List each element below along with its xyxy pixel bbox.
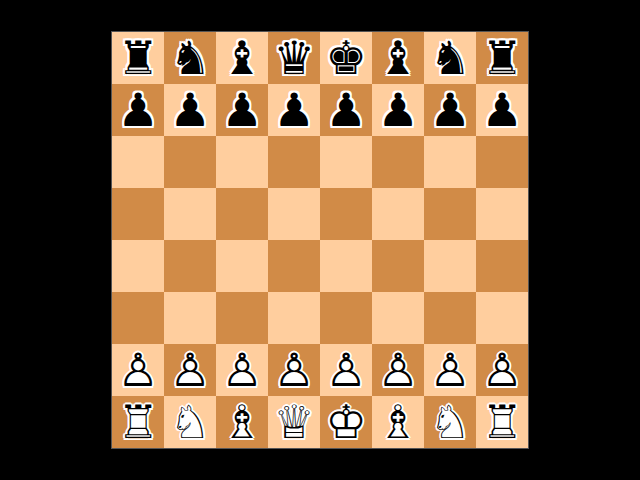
black-queen-glyph: ♛ (268, 32, 320, 84)
piece-white-pawn[interactable]: ♟♙ (112, 344, 164, 396)
white-pawn-outline: ♙ (164, 344, 216, 396)
piece-white-rook[interactable]: ♜♖ (112, 396, 164, 448)
black-pawn-glyph: ♟ (424, 84, 476, 136)
piece-black-pawn[interactable]: ♟ (372, 84, 424, 136)
piece-black-pawn[interactable]: ♟ (164, 84, 216, 136)
page-background: ♜♞♝♛♚♝♞♜♟♟♟♟♟♟♟♟♟♙♟♙♟♙♟♙♟♙♟♙♟♙♟♙♜♖♞♘♝♗♛♕… (0, 0, 640, 480)
white-pawn-outline: ♙ (268, 344, 320, 396)
black-rook-glyph: ♜ (112, 32, 164, 84)
piece-black-pawn[interactable]: ♟ (476, 84, 528, 136)
white-knight-outline: ♘ (164, 396, 216, 448)
square-g8[interactable]: ♞ (424, 32, 476, 84)
square-d8[interactable]: ♛ (268, 32, 320, 84)
white-pawn-outline: ♙ (424, 344, 476, 396)
square-d7[interactable]: ♟ (268, 84, 320, 136)
piece-white-bishop[interactable]: ♝♗ (372, 396, 424, 448)
square-h6[interactable] (476, 136, 528, 188)
square-g5[interactable] (424, 188, 476, 240)
white-rook-outline: ♖ (112, 396, 164, 448)
white-pawn-outline: ♙ (372, 344, 424, 396)
square-a1[interactable]: ♜♖ (112, 396, 164, 448)
square-e1[interactable]: ♚♔ (320, 396, 372, 448)
square-d4[interactable] (268, 240, 320, 292)
square-h1[interactable]: ♜♖ (476, 396, 528, 448)
piece-black-king[interactable]: ♚ (320, 32, 372, 84)
square-g7[interactable]: ♟ (424, 84, 476, 136)
square-f8[interactable]: ♝ (372, 32, 424, 84)
square-d2[interactable]: ♟♙ (268, 344, 320, 396)
square-b2[interactable]: ♟♙ (164, 344, 216, 396)
square-f2[interactable]: ♟♙ (372, 344, 424, 396)
piece-white-bishop[interactable]: ♝♗ (216, 396, 268, 448)
square-h4[interactable] (476, 240, 528, 292)
square-e2[interactable]: ♟♙ (320, 344, 372, 396)
square-b5[interactable] (164, 188, 216, 240)
square-d5[interactable] (268, 188, 320, 240)
square-c4[interactable] (216, 240, 268, 292)
square-e6[interactable] (320, 136, 372, 188)
piece-white-king[interactable]: ♚♔ (320, 396, 372, 448)
black-pawn-glyph: ♟ (164, 84, 216, 136)
piece-white-queen[interactable]: ♛♕ (268, 396, 320, 448)
square-c8[interactable]: ♝ (216, 32, 268, 84)
square-h7[interactable]: ♟ (476, 84, 528, 136)
piece-white-pawn[interactable]: ♟♙ (320, 344, 372, 396)
piece-black-bishop[interactable]: ♝ (216, 32, 268, 84)
white-pawn-outline: ♙ (112, 344, 164, 396)
square-b1[interactable]: ♞♘ (164, 396, 216, 448)
square-f3[interactable] (372, 292, 424, 344)
black-pawn-glyph: ♟ (112, 84, 164, 136)
piece-white-pawn[interactable]: ♟♙ (216, 344, 268, 396)
piece-white-pawn[interactable]: ♟♙ (424, 344, 476, 396)
square-b3[interactable] (164, 292, 216, 344)
piece-white-pawn[interactable]: ♟♙ (268, 344, 320, 396)
square-e5[interactable] (320, 188, 372, 240)
square-e3[interactable] (320, 292, 372, 344)
square-f7[interactable]: ♟ (372, 84, 424, 136)
square-f5[interactable] (372, 188, 424, 240)
piece-black-rook[interactable]: ♜ (112, 32, 164, 84)
square-a4[interactable] (112, 240, 164, 292)
piece-black-pawn[interactable]: ♟ (112, 84, 164, 136)
square-a3[interactable] (112, 292, 164, 344)
white-pawn-outline: ♙ (476, 344, 528, 396)
white-queen-outline: ♕ (268, 396, 320, 448)
black-pawn-glyph: ♟ (372, 84, 424, 136)
square-a2[interactable]: ♟♙ (112, 344, 164, 396)
square-a6[interactable] (112, 136, 164, 188)
piece-black-pawn[interactable]: ♟ (320, 84, 372, 136)
piece-black-pawn[interactable]: ♟ (216, 84, 268, 136)
square-h2[interactable]: ♟♙ (476, 344, 528, 396)
square-b7[interactable]: ♟ (164, 84, 216, 136)
square-c2[interactable]: ♟♙ (216, 344, 268, 396)
black-bishop-glyph: ♝ (372, 32, 424, 84)
square-h8[interactable]: ♜ (476, 32, 528, 84)
white-pawn-outline: ♙ (320, 344, 372, 396)
piece-white-knight[interactable]: ♞♘ (164, 396, 216, 448)
black-knight-glyph: ♞ (164, 32, 216, 84)
black-pawn-glyph: ♟ (216, 84, 268, 136)
square-d1[interactable]: ♛♕ (268, 396, 320, 448)
square-e7[interactable]: ♟ (320, 84, 372, 136)
square-g3[interactable] (424, 292, 476, 344)
black-pawn-glyph: ♟ (476, 84, 528, 136)
white-pawn-outline: ♙ (216, 344, 268, 396)
square-a5[interactable] (112, 188, 164, 240)
square-g1[interactable]: ♞♘ (424, 396, 476, 448)
square-e8[interactable]: ♚ (320, 32, 372, 84)
square-h3[interactable] (476, 292, 528, 344)
white-bishop-outline: ♗ (216, 396, 268, 448)
square-e4[interactable] (320, 240, 372, 292)
square-c1[interactable]: ♝♗ (216, 396, 268, 448)
square-c5[interactable] (216, 188, 268, 240)
square-g6[interactable] (424, 136, 476, 188)
square-d3[interactable] (268, 292, 320, 344)
white-bishop-outline: ♗ (372, 396, 424, 448)
square-b4[interactable] (164, 240, 216, 292)
square-f1[interactable]: ♝♗ (372, 396, 424, 448)
square-c3[interactable] (216, 292, 268, 344)
piece-white-pawn[interactable]: ♟♙ (372, 344, 424, 396)
square-c6[interactable] (216, 136, 268, 188)
square-h5[interactable] (476, 188, 528, 240)
piece-white-knight[interactable]: ♞♘ (424, 396, 476, 448)
square-d6[interactable] (268, 136, 320, 188)
white-knight-outline: ♘ (424, 396, 476, 448)
black-pawn-glyph: ♟ (268, 84, 320, 136)
white-king-outline: ♔ (320, 396, 372, 448)
square-a7[interactable]: ♟ (112, 84, 164, 136)
chess-board: ♜♞♝♛♚♝♞♜♟♟♟♟♟♟♟♟♟♙♟♙♟♙♟♙♟♙♟♙♟♙♟♙♜♖♞♘♝♗♛♕… (111, 31, 529, 449)
piece-black-bishop[interactable]: ♝ (372, 32, 424, 84)
black-knight-glyph: ♞ (424, 32, 476, 84)
black-bishop-glyph: ♝ (216, 32, 268, 84)
black-rook-glyph: ♜ (476, 32, 528, 84)
white-rook-outline: ♖ (476, 396, 528, 448)
piece-white-pawn[interactable]: ♟♙ (476, 344, 528, 396)
piece-black-queen[interactable]: ♛ (268, 32, 320, 84)
square-c7[interactable]: ♟ (216, 84, 268, 136)
black-king-glyph: ♚ (320, 32, 372, 84)
square-f4[interactable] (372, 240, 424, 292)
piece-black-knight[interactable]: ♞ (424, 32, 476, 84)
piece-white-pawn[interactable]: ♟♙ (164, 344, 216, 396)
piece-black-pawn[interactable]: ♟ (268, 84, 320, 136)
piece-black-rook[interactable]: ♜ (476, 32, 528, 84)
square-a8[interactable]: ♜ (112, 32, 164, 84)
black-pawn-glyph: ♟ (320, 84, 372, 136)
square-g4[interactable] (424, 240, 476, 292)
piece-black-knight[interactable]: ♞ (164, 32, 216, 84)
square-g2[interactable]: ♟♙ (424, 344, 476, 396)
square-f6[interactable] (372, 136, 424, 188)
piece-white-rook[interactable]: ♜♖ (476, 396, 528, 448)
square-b8[interactable]: ♞ (164, 32, 216, 84)
piece-black-pawn[interactable]: ♟ (424, 84, 476, 136)
square-b6[interactable] (164, 136, 216, 188)
